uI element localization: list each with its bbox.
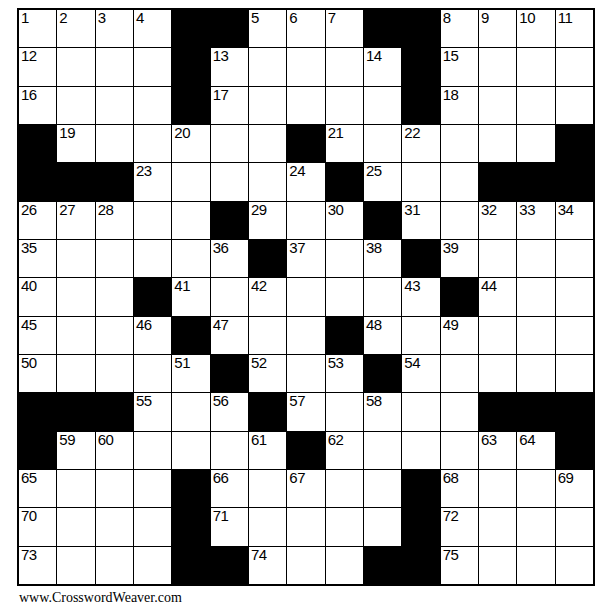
cell-r3c9[interactable] <box>326 87 363 124</box>
cell-r11c10[interactable]: 58 <box>364 393 401 430</box>
clue-number: 60 <box>98 432 114 449</box>
cell-r9c8[interactable] <box>287 317 324 354</box>
cell-r1c4[interactable]: 4 <box>134 10 171 47</box>
clue-number: 33 <box>519 202 535 219</box>
clue-number: 53 <box>328 355 344 372</box>
cell-r15c3[interactable] <box>96 547 133 584</box>
clue-number: 18 <box>443 87 459 104</box>
clue-number: 41 <box>174 278 190 295</box>
cell-r5c14 <box>517 163 554 200</box>
cell-r5c15 <box>556 163 593 200</box>
cell-r2c14[interactable] <box>517 48 554 85</box>
cell-r3c13[interactable] <box>479 87 516 124</box>
cell-r4c10[interactable] <box>364 125 401 162</box>
cell-r13c9[interactable] <box>326 470 363 507</box>
cell-r3c6[interactable]: 17 <box>211 87 248 124</box>
cell-r9c15[interactable] <box>556 317 593 354</box>
cell-r6c12[interactable] <box>441 202 478 239</box>
clue-number: 71 <box>213 508 229 525</box>
cell-r10c5[interactable]: 51 <box>172 355 209 392</box>
cell-r15c10 <box>364 547 401 584</box>
cell-r14c10[interactable] <box>364 508 401 545</box>
cell-r8c13[interactable]: 44 <box>479 278 516 315</box>
clue-number: 47 <box>213 317 229 334</box>
cell-r1c10 <box>364 10 401 47</box>
cell-r1c7[interactable]: 5 <box>249 10 286 47</box>
cell-r7c13[interactable] <box>479 240 516 277</box>
clue-number: 10 <box>519 10 535 27</box>
clue-number: 74 <box>251 547 267 564</box>
cell-r4c12[interactable] <box>441 125 478 162</box>
cell-r8c14[interactable] <box>517 278 554 315</box>
clue-number: 73 <box>21 547 37 564</box>
cell-r11c1 <box>19 393 56 430</box>
clue-number: 37 <box>289 240 305 257</box>
cell-r6c2[interactable]: 27 <box>57 202 94 239</box>
cell-r10c10 <box>364 355 401 392</box>
cell-r12c2[interactable]: 59 <box>57 432 94 469</box>
cell-r3c5 <box>172 87 209 124</box>
cell-r10c3[interactable] <box>96 355 133 392</box>
clue-number: 51 <box>174 355 190 372</box>
cell-r5c13 <box>479 163 516 200</box>
clue-number: 22 <box>404 125 420 142</box>
clue-number: 23 <box>136 163 152 180</box>
cell-r3c11 <box>402 87 439 124</box>
cell-r9c2[interactable] <box>57 317 94 354</box>
cell-r7c11 <box>402 240 439 277</box>
clue-number: 70 <box>21 508 37 525</box>
cell-r7c12[interactable]: 39 <box>441 240 478 277</box>
clue-number: 25 <box>366 163 382 180</box>
cell-r15c5 <box>172 547 209 584</box>
cell-r9c9 <box>326 317 363 354</box>
clue-number: 2 <box>59 10 67 27</box>
cell-r13c2[interactable] <box>57 470 94 507</box>
clue-number: 32 <box>481 202 497 219</box>
cell-r14c6[interactable]: 71 <box>211 508 248 545</box>
cell-r11c6[interactable]: 56 <box>211 393 248 430</box>
cell-r15c9[interactable] <box>326 547 363 584</box>
cell-r12c6[interactable] <box>211 432 248 469</box>
cell-r7c9[interactable] <box>326 240 363 277</box>
cell-r12c13[interactable]: 63 <box>479 432 516 469</box>
clue-number: 7 <box>328 10 336 27</box>
cell-r15c11 <box>402 547 439 584</box>
cell-r10c15[interactable] <box>556 355 593 392</box>
cell-r1c14[interactable]: 10 <box>517 10 554 47</box>
cell-r6c14[interactable]: 33 <box>517 202 554 239</box>
clue-number: 43 <box>404 278 420 295</box>
clue-number: 34 <box>558 202 574 219</box>
cell-r3c2[interactable] <box>57 87 94 124</box>
cell-r7c8[interactable]: 37 <box>287 240 324 277</box>
cell-r12c9[interactable]: 62 <box>326 432 363 469</box>
cell-r8c7[interactable]: 42 <box>249 278 286 315</box>
cell-r5c7[interactable] <box>249 163 286 200</box>
cell-r6c8[interactable] <box>287 202 324 239</box>
cell-r1c5 <box>172 10 209 47</box>
clue-number: 69 <box>558 470 574 487</box>
cell-r10c2[interactable] <box>57 355 94 392</box>
cell-r6c13[interactable]: 32 <box>479 202 516 239</box>
clue-number: 21 <box>328 125 344 142</box>
cell-r8c11[interactable]: 43 <box>402 278 439 315</box>
cell-r9c13[interactable] <box>479 317 516 354</box>
cell-r1c8[interactable]: 6 <box>287 10 324 47</box>
cell-r14c12[interactable]: 72 <box>441 508 478 545</box>
cell-r8c15[interactable] <box>556 278 593 315</box>
cell-r3c8[interactable] <box>287 87 324 124</box>
cell-r2c5 <box>172 48 209 85</box>
cell-r6c15[interactable]: 34 <box>556 202 593 239</box>
clue-number: 31 <box>404 202 420 219</box>
cell-r2c4[interactable] <box>134 48 171 85</box>
cell-r3c7[interactable] <box>249 87 286 124</box>
crossword-grid: 1234567891011121314151617181920212223242… <box>17 8 595 586</box>
cell-r7c6[interactable]: 36 <box>211 240 248 277</box>
cell-r13c11 <box>402 470 439 507</box>
cell-r9c1[interactable]: 45 <box>19 317 56 354</box>
cell-r10c1[interactable]: 50 <box>19 355 56 392</box>
cell-r1c3[interactable]: 3 <box>96 10 133 47</box>
cell-r12c10[interactable] <box>364 432 401 469</box>
clue-number: 62 <box>328 432 344 449</box>
cell-r14c9[interactable] <box>326 508 363 545</box>
cell-r12c12[interactable] <box>441 432 478 469</box>
clue-number: 54 <box>404 355 420 372</box>
cell-r13c15[interactable]: 69 <box>556 470 593 507</box>
cell-r1c1[interactable]: 1 <box>19 10 56 47</box>
cell-r8c3[interactable] <box>96 278 133 315</box>
cell-r7c2[interactable] <box>57 240 94 277</box>
cell-r12c1 <box>19 432 56 469</box>
cell-r6c10 <box>364 202 401 239</box>
cell-r15c12[interactable]: 75 <box>441 547 478 584</box>
cell-r2c10[interactable]: 14 <box>364 48 401 85</box>
clue-number: 16 <box>21 87 37 104</box>
cell-r4c8 <box>287 125 324 162</box>
cell-r13c1[interactable]: 65 <box>19 470 56 507</box>
cell-r11c2 <box>57 393 94 430</box>
cell-r1c9[interactable]: 7 <box>326 10 363 47</box>
cell-r5c4[interactable]: 23 <box>134 163 171 200</box>
cell-r11c5[interactable] <box>172 393 209 430</box>
cell-r4c15 <box>556 125 593 162</box>
cell-r3c3[interactable] <box>96 87 133 124</box>
cell-r13c5 <box>172 470 209 507</box>
cell-r12c8 <box>287 432 324 469</box>
cell-r2c15[interactable] <box>556 48 593 85</box>
clue-number: 14 <box>366 48 382 65</box>
clue-number: 39 <box>443 240 459 257</box>
clue-number: 67 <box>289 470 305 487</box>
cell-r10c9[interactable]: 53 <box>326 355 363 392</box>
cell-r7c3[interactable] <box>96 240 133 277</box>
cell-r4c6[interactable] <box>211 125 248 162</box>
cell-r8c9[interactable] <box>326 278 363 315</box>
clue-number: 52 <box>251 355 267 372</box>
clue-number: 75 <box>443 547 459 564</box>
cell-r8c12 <box>441 278 478 315</box>
crossword-page: 1234567891011121314151617181920212223242… <box>0 0 612 612</box>
cell-r15c1[interactable]: 73 <box>19 547 56 584</box>
cell-r10c11[interactable]: 54 <box>402 355 439 392</box>
cell-r3c12[interactable]: 18 <box>441 87 478 124</box>
clue-number: 55 <box>136 393 152 410</box>
clue-number: 9 <box>481 10 489 27</box>
cell-r9c6[interactable]: 47 <box>211 317 248 354</box>
cell-r3c10[interactable] <box>364 87 401 124</box>
cell-r10c8[interactable] <box>287 355 324 392</box>
clue-number: 42 <box>251 278 267 295</box>
cell-r12c4[interactable] <box>134 432 171 469</box>
cell-r14c15[interactable] <box>556 508 593 545</box>
cell-r15c8[interactable] <box>287 547 324 584</box>
cell-r8c1[interactable]: 40 <box>19 278 56 315</box>
cell-r5c8[interactable]: 24 <box>287 163 324 200</box>
cell-r6c3[interactable]: 28 <box>96 202 133 239</box>
cell-r4c4[interactable] <box>134 125 171 162</box>
cell-r6c1[interactable]: 26 <box>19 202 56 239</box>
cell-r13c7[interactable] <box>249 470 286 507</box>
clue-number: 46 <box>136 317 152 334</box>
cell-r15c14[interactable] <box>517 547 554 584</box>
cell-r8c10[interactable] <box>364 278 401 315</box>
clue-number: 30 <box>328 202 344 219</box>
cell-r9c11[interactable] <box>402 317 439 354</box>
cell-r11c7 <box>249 393 286 430</box>
clue-number: 8 <box>443 10 451 27</box>
cell-r13c3[interactable] <box>96 470 133 507</box>
cell-r15c13[interactable] <box>479 547 516 584</box>
cell-r1c15[interactable]: 11 <box>556 10 593 47</box>
cell-r6c11[interactable]: 31 <box>402 202 439 239</box>
cell-r13c14[interactable] <box>517 470 554 507</box>
cell-r11c13 <box>479 393 516 430</box>
cell-r5c9 <box>326 163 363 200</box>
clue-number: 64 <box>519 432 535 449</box>
cell-r2c2[interactable] <box>57 48 94 85</box>
clue-number: 19 <box>59 125 75 142</box>
cell-r2c9[interactable] <box>326 48 363 85</box>
clue-number: 63 <box>481 432 497 449</box>
cell-r11c4[interactable]: 55 <box>134 393 171 430</box>
cell-r8c6[interactable] <box>211 278 248 315</box>
cell-r10c13[interactable] <box>479 355 516 392</box>
cell-r9c14[interactable] <box>517 317 554 354</box>
clue-number: 17 <box>213 87 229 104</box>
clue-number: 5 <box>251 10 259 27</box>
cell-r13c10[interactable] <box>364 470 401 507</box>
clue-number: 20 <box>174 125 190 142</box>
cell-r3c1[interactable]: 16 <box>19 87 56 124</box>
cell-r13c13[interactable] <box>479 470 516 507</box>
cell-r15c15[interactable] <box>556 547 593 584</box>
cell-r9c3[interactable] <box>96 317 133 354</box>
cell-r12c7[interactable]: 61 <box>249 432 286 469</box>
cell-r2c3[interactable] <box>96 48 133 85</box>
cell-r14c3[interactable] <box>96 508 133 545</box>
cell-r5c2 <box>57 163 94 200</box>
cell-r8c8[interactable] <box>287 278 324 315</box>
cell-r2c8[interactable] <box>287 48 324 85</box>
cell-r5c12[interactable] <box>441 163 478 200</box>
cell-r14c13[interactable] <box>479 508 516 545</box>
cell-r11c8[interactable]: 57 <box>287 393 324 430</box>
cell-r10c14[interactable] <box>517 355 554 392</box>
cell-r13c8[interactable]: 67 <box>287 470 324 507</box>
cell-r3c14[interactable] <box>517 87 554 124</box>
cell-r5c6[interactable] <box>211 163 248 200</box>
cell-r11c9[interactable] <box>326 393 363 430</box>
cell-r4c1 <box>19 125 56 162</box>
cell-r5c10[interactable]: 25 <box>364 163 401 200</box>
cell-r9c12[interactable]: 49 <box>441 317 478 354</box>
cell-r13c6[interactable]: 66 <box>211 470 248 507</box>
clue-number: 49 <box>443 317 459 334</box>
cell-r6c4[interactable] <box>134 202 171 239</box>
clue-number: 6 <box>289 10 297 27</box>
cell-r6c7[interactable]: 29 <box>249 202 286 239</box>
cell-r4c7[interactable] <box>249 125 286 162</box>
cell-r4c11[interactable]: 22 <box>402 125 439 162</box>
cell-r1c12[interactable]: 8 <box>441 10 478 47</box>
clue-number: 45 <box>21 317 37 334</box>
site-credit: www.CrosswordWeaver.com <box>19 590 182 606</box>
clue-number: 48 <box>366 317 382 334</box>
clue-number: 27 <box>59 202 75 219</box>
cell-r1c6 <box>211 10 248 47</box>
cell-r9c5 <box>172 317 209 354</box>
cell-r11c12[interactable] <box>441 393 478 430</box>
clue-number: 11 <box>558 10 573 27</box>
clue-number: 12 <box>21 48 37 65</box>
cell-r14c2[interactable] <box>57 508 94 545</box>
cell-r7c10[interactable]: 38 <box>364 240 401 277</box>
cell-r1c2[interactable]: 2 <box>57 10 94 47</box>
clue-number: 38 <box>366 240 382 257</box>
cell-r2c1[interactable]: 12 <box>19 48 56 85</box>
cell-r6c6 <box>211 202 248 239</box>
clue-number: 40 <box>21 278 37 295</box>
cell-r15c2[interactable] <box>57 547 94 584</box>
cell-r12c3[interactable]: 60 <box>96 432 133 469</box>
cell-r2c11 <box>402 48 439 85</box>
cell-r2c6[interactable]: 13 <box>211 48 248 85</box>
cell-r3c4[interactable] <box>134 87 171 124</box>
cell-r6c9[interactable]: 30 <box>326 202 363 239</box>
cell-r1c13[interactable]: 9 <box>479 10 516 47</box>
cell-r7c15[interactable] <box>556 240 593 277</box>
clue-number: 3 <box>98 10 106 27</box>
clue-number: 29 <box>251 202 267 219</box>
cell-r15c7[interactable]: 74 <box>249 547 286 584</box>
cell-r14c4[interactable] <box>134 508 171 545</box>
cell-r6c5[interactable] <box>172 202 209 239</box>
cell-r5c1 <box>19 163 56 200</box>
cell-r8c5[interactable]: 41 <box>172 278 209 315</box>
cell-r3c15[interactable] <box>556 87 593 124</box>
cell-r2c13[interactable] <box>479 48 516 85</box>
cell-r12c5[interactable] <box>172 432 209 469</box>
cell-r7c7 <box>249 240 286 277</box>
cell-r4c14[interactable] <box>517 125 554 162</box>
cell-r4c3[interactable] <box>96 125 133 162</box>
clue-number: 4 <box>136 10 144 27</box>
clue-number: 15 <box>443 48 459 65</box>
cell-r13c4[interactable] <box>134 470 171 507</box>
clue-number: 58 <box>366 393 382 410</box>
cell-r7c1[interactable]: 35 <box>19 240 56 277</box>
cell-r2c7[interactable] <box>249 48 286 85</box>
cell-r15c4[interactable] <box>134 547 171 584</box>
cell-r13c12[interactable]: 68 <box>441 470 478 507</box>
cell-r4c13[interactable] <box>479 125 516 162</box>
cell-r10c12[interactable] <box>441 355 478 392</box>
cell-r14c5 <box>172 508 209 545</box>
clue-number: 66 <box>213 470 229 487</box>
cell-r2c12[interactable]: 15 <box>441 48 478 85</box>
cell-r7c14[interactable] <box>517 240 554 277</box>
cell-r14c1[interactable]: 70 <box>19 508 56 545</box>
cell-r14c8[interactable] <box>287 508 324 545</box>
clue-number: 61 <box>251 432 267 449</box>
cell-r9c4[interactable]: 46 <box>134 317 171 354</box>
cell-r12c11[interactable] <box>402 432 439 469</box>
cell-r11c11[interactable] <box>402 393 439 430</box>
clue-number: 24 <box>289 163 305 180</box>
cell-r11c14 <box>517 393 554 430</box>
clue-number: 44 <box>481 278 497 295</box>
cell-r9c7[interactable] <box>249 317 286 354</box>
clue-number: 1 <box>21 10 29 27</box>
cell-r14c7[interactable] <box>249 508 286 545</box>
cell-r5c3 <box>96 163 133 200</box>
cell-r10c4[interactable] <box>134 355 171 392</box>
clue-number: 26 <box>21 202 37 219</box>
cell-r14c14[interactable] <box>517 508 554 545</box>
clue-number: 72 <box>443 508 459 525</box>
cell-r7c4[interactable] <box>134 240 171 277</box>
cell-r11c15 <box>556 393 593 430</box>
clue-number: 50 <box>21 355 37 372</box>
cell-r5c5[interactable] <box>172 163 209 200</box>
clue-number: 35 <box>21 240 37 257</box>
cell-r4c5[interactable]: 20 <box>172 125 209 162</box>
cell-r12c14[interactable]: 64 <box>517 432 554 469</box>
cell-r10c6 <box>211 355 248 392</box>
cell-r15c6 <box>211 547 248 584</box>
cell-r5c11[interactable] <box>402 163 439 200</box>
cell-r4c9[interactable]: 21 <box>326 125 363 162</box>
clue-number: 13 <box>213 48 229 65</box>
cell-r8c4 <box>134 278 171 315</box>
cell-r8c2[interactable] <box>57 278 94 315</box>
cell-r9c10[interactable]: 48 <box>364 317 401 354</box>
clue-number: 28 <box>98 202 114 219</box>
clue-number: 56 <box>213 393 229 410</box>
cell-r14c11 <box>402 508 439 545</box>
clue-number: 59 <box>59 432 75 449</box>
cell-r7c5[interactable] <box>172 240 209 277</box>
clue-number: 36 <box>213 240 229 257</box>
cell-r1c11 <box>402 10 439 47</box>
cell-r4c2[interactable]: 19 <box>57 125 94 162</box>
cell-r11c3 <box>96 393 133 430</box>
cell-r10c7[interactable]: 52 <box>249 355 286 392</box>
clue-number: 65 <box>21 470 37 487</box>
